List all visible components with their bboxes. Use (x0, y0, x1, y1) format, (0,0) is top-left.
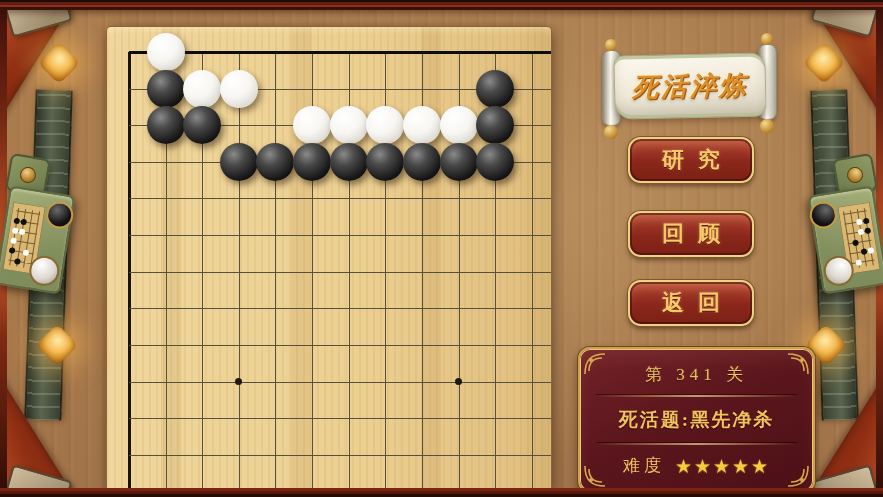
banner-title: 死活淬炼 (632, 67, 749, 104)
grid-line (129, 455, 551, 456)
banner-parchment: 死活淬炼 (613, 52, 766, 119)
corner-flourish-icon (786, 464, 810, 488)
grid-line (239, 52, 240, 497)
problem-text: 死活题:黑先净杀 (580, 407, 813, 433)
stone-black (403, 143, 441, 181)
stone-white (403, 106, 441, 144)
grid-line (129, 198, 551, 199)
divider (596, 395, 797, 397)
stone-white (440, 106, 478, 144)
stone-black (366, 143, 404, 181)
stone-black (440, 143, 478, 181)
stone-black (476, 106, 514, 144)
stone-black (476, 143, 514, 181)
divider (596, 443, 797, 445)
grid-line (129, 272, 551, 273)
back-button[interactable]: 返回 (628, 280, 754, 326)
grid-line (532, 52, 533, 497)
top-bezel (0, 0, 883, 10)
grid-line (129, 345, 551, 346)
star-point (455, 378, 462, 385)
stone-black (293, 143, 331, 181)
difficulty-stars: ★★★★★ (675, 455, 770, 477)
stone-white (293, 106, 331, 144)
info-panel: 第 341 关 死活题:黑先净杀 难度 ★★★★★ (578, 347, 815, 493)
left-decoration (0, 0, 95, 497)
stone-white (366, 106, 404, 144)
title-banner: 死活淬炼 (593, 36, 785, 132)
grid-line (129, 51, 551, 54)
stone-black (256, 143, 294, 181)
grid-line (129, 308, 551, 309)
black-stone-bowl-icon (44, 200, 75, 231)
black-stone-bowl-icon (808, 200, 839, 231)
star-point (235, 378, 242, 385)
stone-white (147, 33, 185, 71)
study-button-label: 研究 (662, 145, 734, 175)
stone-black (476, 70, 514, 108)
stone-black (330, 143, 368, 181)
grid-line (129, 235, 551, 236)
stone-black (147, 106, 185, 144)
corner-flourish-icon (583, 464, 607, 488)
study-button[interactable]: 研究 (628, 137, 754, 183)
stone-white (220, 70, 258, 108)
stone-black (147, 70, 185, 108)
difficulty-label: 难度 (623, 454, 665, 477)
grid-line (275, 52, 276, 497)
review-button[interactable]: 回顾 (628, 211, 754, 257)
difficulty-row: 难度 ★★★★★ (580, 454, 813, 477)
stone-black (183, 106, 221, 144)
back-button-label: 返回 (662, 288, 734, 318)
review-button-label: 回顾 (662, 219, 734, 249)
grid-line (128, 52, 131, 497)
stone-black (220, 143, 258, 181)
stone-white (330, 106, 368, 144)
app-screen: 死活淬炼 研究 回顾 返回 第 341 关 死活题:黑先净杀 难度 ★★★★★ (0, 0, 883, 497)
level-text: 第 341 关 (580, 363, 813, 386)
grid-line (129, 382, 551, 383)
grid-line (129, 418, 551, 419)
corner-flourish-icon (786, 352, 810, 376)
go-board[interactable] (107, 27, 551, 497)
corner-flourish-icon (583, 352, 607, 376)
bottom-bezel (0, 488, 883, 497)
stone-white (183, 70, 221, 108)
